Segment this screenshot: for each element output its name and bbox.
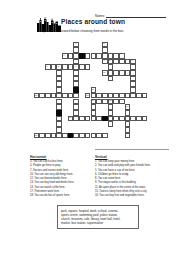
cell-number: 8 <box>58 65 59 67</box>
grid-cell[interactable] <box>142 93 148 99</box>
clue-item: 17. Policemen work here. <box>30 190 92 193</box>
clue-item: 10. You can see very old things here. <box>30 173 92 176</box>
cell-number: 3 <box>63 54 64 56</box>
grid-cell[interactable] <box>85 64 91 70</box>
cell-number: 7 <box>46 65 47 67</box>
name-row: Name: <box>95 13 166 18</box>
name-label: Name: <box>95 14 105 18</box>
word-box: park, square, hospital, bank, school, ci… <box>57 205 139 229</box>
clue-item: 2. You can walk and play with your frien… <box>95 164 171 167</box>
cell-number: 14 <box>92 99 94 101</box>
clue-item: 4. People go there to pray. <box>30 164 92 167</box>
cell-number: 12 <box>35 94 37 96</box>
clue-item: 18. You can do lots of sports here. <box>30 194 92 197</box>
cell-number: 10 <box>103 71 105 73</box>
clue-item: 11. An open place in the centre of the t… <box>95 186 171 189</box>
page-title: Places around town <box>61 18 125 25</box>
word-box-line: market, bus station, supermarket <box>61 221 135 225</box>
cell-number: 2 <box>103 42 104 44</box>
grid-cell[interactable] <box>142 116 148 122</box>
grid-cell[interactable] <box>108 76 114 82</box>
cell-number: 15 <box>109 99 111 101</box>
separator-line <box>95 149 169 150</box>
horizontal-clues-header: Horizontal: <box>30 155 92 159</box>
vertical-clues-list: 1. You can keep your money here.2. You c… <box>95 160 171 197</box>
clue-item: 16. You can buy fruit and vegetables her… <box>95 194 171 197</box>
clue-item: 13. You can buy food and drinks here. <box>30 181 92 184</box>
clue-item: 14. You can watch a film here. <box>30 186 92 189</box>
cell-number: 1 <box>75 42 76 44</box>
clue-item: 5. You can have a cup of tea here. <box>95 169 171 172</box>
vertical-clues-section: Vertical: 1. You can keep your money her… <box>95 155 171 198</box>
cell-number: 11 <box>92 88 94 90</box>
cell-number: 5 <box>109 59 110 61</box>
clue-item: 6. Children go there to study. <box>95 173 171 176</box>
cell-number: 13 <box>86 94 88 96</box>
cell-number: 9 <box>75 65 76 67</box>
grid-cell[interactable] <box>108 121 114 127</box>
name-blank-line[interactable] <box>106 13 166 18</box>
cell-number: 16 <box>126 105 128 107</box>
instructions-text: Complete the crossword below choosing fr… <box>37 29 124 33</box>
cell-number: 18 <box>35 134 37 136</box>
clue-item: 9. The mayor works in this building. <box>95 181 171 184</box>
grid-cell[interactable] <box>125 133 131 139</box>
horizontal-clues-list: 3. You can catch a bus here.4. People go… <box>30 160 92 197</box>
cell-number: 4 <box>103 59 104 61</box>
clue-item: 7. Doctors and nurses work here. <box>30 169 92 172</box>
clue-item: 15. Tourists sleep here when they visit … <box>95 190 171 193</box>
cell-number: 6 <box>132 59 133 61</box>
horizontal-clues-section: Horizontal: 3. You can catch a bus here.… <box>30 155 92 198</box>
vertical-clues-header: Vertical: <box>95 155 171 159</box>
cell-number: 17 <box>69 116 71 118</box>
grid-cell[interactable] <box>102 133 108 139</box>
